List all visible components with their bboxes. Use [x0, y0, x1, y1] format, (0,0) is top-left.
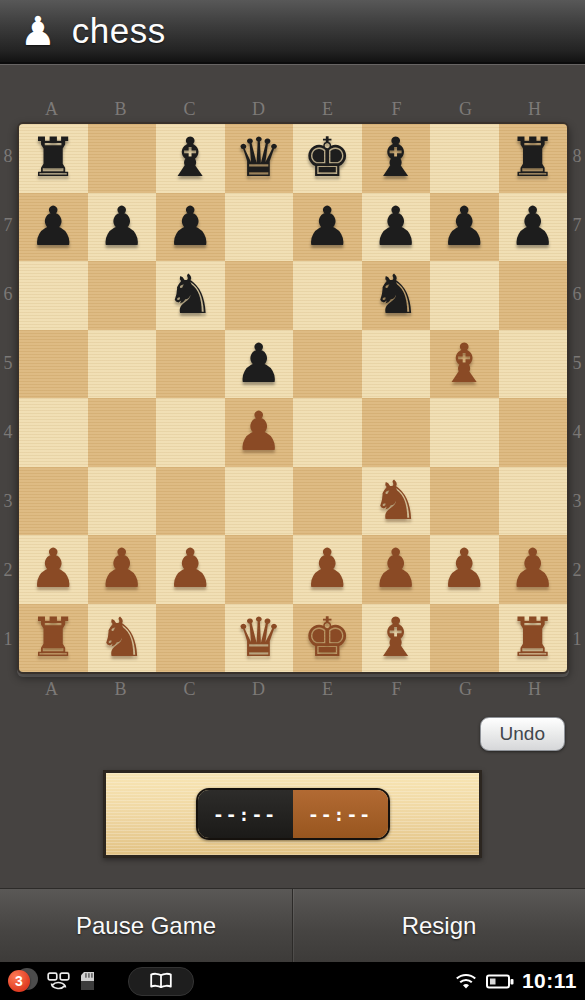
file-label-e: E	[293, 679, 362, 700]
rank-label-3: 3	[569, 491, 585, 512]
file-label-a: A	[17, 679, 86, 700]
file-labels-bottom: ABCDEFGH	[17, 678, 569, 700]
rank-label-2: 2	[0, 560, 16, 581]
book-icon	[148, 972, 174, 990]
black-pawn: ♟	[166, 197, 214, 257]
system-time: 10:11	[522, 969, 577, 993]
rank-labels-left: 87654321	[0, 122, 16, 674]
square-a3[interactable]	[19, 467, 88, 536]
white-pawn: ♟	[98, 539, 146, 599]
square-d7[interactable]	[225, 193, 294, 262]
rank-label-5: 5	[0, 353, 16, 374]
square-g6[interactable]	[430, 261, 499, 330]
square-h2[interactable]: ♟	[499, 535, 568, 604]
square-g3[interactable]	[430, 467, 499, 536]
rank-label-8: 8	[0, 146, 16, 167]
white-pawn: ♟	[372, 539, 420, 599]
square-e2[interactable]: ♟	[293, 535, 362, 604]
white-pawn: ♟	[235, 402, 283, 462]
square-a1[interactable]: ♜	[19, 604, 88, 673]
black-pawn: ♟	[29, 197, 77, 257]
square-h8[interactable]: ♜	[499, 124, 568, 193]
black-pawn: ♟	[440, 197, 488, 257]
file-label-d: D	[224, 679, 293, 700]
rank-label-3: 3	[0, 491, 16, 512]
black-pawn: ♟	[303, 197, 351, 257]
square-b2[interactable]: ♟	[88, 535, 157, 604]
square-b4[interactable]	[88, 398, 157, 467]
rank-label-2: 2	[569, 560, 585, 581]
rank-label-8: 8	[569, 146, 585, 167]
square-f1[interactable]: ♝	[362, 604, 431, 673]
square-h3[interactable]	[499, 467, 568, 536]
square-b7[interactable]: ♟	[88, 193, 157, 262]
square-c7[interactable]: ♟	[156, 193, 225, 262]
white-rook: ♜	[29, 608, 77, 668]
square-f3[interactable]: ♞	[362, 467, 431, 536]
square-c6[interactable]: ♞	[156, 261, 225, 330]
square-f8[interactable]: ♝	[362, 124, 431, 193]
black-bishop: ♝	[166, 128, 214, 188]
square-d5[interactable]: ♟	[225, 330, 294, 399]
square-a4[interactable]	[19, 398, 88, 467]
badge-count: 3	[8, 970, 30, 992]
rank-label-6: 6	[0, 284, 16, 305]
square-d8[interactable]: ♛	[225, 124, 294, 193]
white-knight: ♞	[98, 608, 146, 668]
file-label-g: G	[431, 679, 500, 700]
square-b8[interactable]	[88, 124, 157, 193]
square-e1[interactable]: ♚	[293, 604, 362, 673]
black-pawn: ♟	[372, 197, 420, 257]
app-title: chess	[72, 11, 166, 51]
black-pawn: ♟	[235, 334, 283, 394]
white-king: ♚	[303, 608, 351, 668]
square-a6[interactable]	[19, 261, 88, 330]
white-pawn: ♟	[29, 539, 77, 599]
square-f6[interactable]: ♞	[362, 261, 431, 330]
square-a7[interactable]: ♟	[19, 193, 88, 262]
black-queen: ♛	[235, 128, 283, 188]
reading-mode-button[interactable]	[128, 967, 194, 996]
sync-icon	[47, 972, 71, 990]
square-b5[interactable]	[88, 330, 157, 399]
sd-card-icon	[80, 971, 95, 991]
black-clock: --:--	[198, 790, 293, 838]
file-label-a: A	[17, 99, 86, 120]
white-pawn: ♟	[509, 539, 557, 599]
white-pawn: ♟	[303, 539, 351, 599]
wifi-icon	[454, 972, 478, 990]
white-pawn-icon: ♟	[20, 11, 56, 51]
black-knight: ♞	[166, 265, 214, 325]
status-left-icons: 3	[8, 967, 194, 996]
white-knight: ♞	[372, 471, 420, 531]
square-e5[interactable]	[293, 330, 362, 399]
square-d1[interactable]: ♛	[225, 604, 294, 673]
square-g1[interactable]	[430, 604, 499, 673]
square-g8[interactable]	[430, 124, 499, 193]
status-right-icons: 10:11	[454, 969, 577, 993]
file-label-g: G	[431, 99, 500, 120]
square-c5[interactable]	[156, 330, 225, 399]
chess-board[interactable]: ♜♝♛♚♝♜♟♟♟♟♟♟♟♞♞♟♝♟♞♟♟♟♟♟♟♟♜♞♛♚♝♜	[17, 122, 569, 674]
black-king: ♚	[303, 128, 351, 188]
white-rook: ♜	[509, 608, 557, 668]
square-e3[interactable]	[293, 467, 362, 536]
rank-label-5: 5	[569, 353, 585, 374]
action-bar: Pause Game Resign	[0, 888, 585, 962]
square-f2[interactable]: ♟	[362, 535, 431, 604]
square-f4[interactable]	[362, 398, 431, 467]
file-label-f: F	[362, 679, 431, 700]
pause-game-button[interactable]: Pause Game	[0, 889, 292, 962]
square-c2[interactable]: ♟	[156, 535, 225, 604]
file-label-c: C	[155, 99, 224, 120]
square-d4[interactable]: ♟	[225, 398, 294, 467]
square-e4[interactable]	[293, 398, 362, 467]
file-labels-top: ABCDEFGH	[17, 98, 569, 120]
square-b1[interactable]: ♞	[88, 604, 157, 673]
square-g5[interactable]: ♝	[430, 330, 499, 399]
square-h6[interactable]	[499, 261, 568, 330]
square-h4[interactable]	[499, 398, 568, 467]
square-f7[interactable]: ♟	[362, 193, 431, 262]
square-h7[interactable]: ♟	[499, 193, 568, 262]
clock-panel: --:-- --:--	[103, 770, 482, 858]
square-c8[interactable]: ♝	[156, 124, 225, 193]
square-a5[interactable]	[19, 330, 88, 399]
rank-label-7: 7	[0, 215, 16, 236]
black-pawn: ♟	[98, 197, 146, 257]
square-g2[interactable]: ♟	[430, 535, 499, 604]
undo-button[interactable]: Undo	[480, 717, 565, 751]
square-e8[interactable]: ♚	[293, 124, 362, 193]
square-d6[interactable]	[225, 261, 294, 330]
square-c1[interactable]	[156, 604, 225, 673]
rank-label-1: 1	[0, 629, 16, 650]
square-b6[interactable]	[88, 261, 157, 330]
square-b3[interactable]	[88, 467, 157, 536]
rank-label-6: 6	[569, 284, 585, 305]
resign-button[interactable]: Resign	[293, 889, 585, 962]
square-c4[interactable]	[156, 398, 225, 467]
square-a8[interactable]: ♜	[19, 124, 88, 193]
black-rook: ♜	[509, 128, 557, 188]
app-header: ♟ chess	[0, 0, 585, 64]
rank-label-7: 7	[569, 215, 585, 236]
rank-label-4: 4	[0, 422, 16, 443]
square-d3[interactable]	[225, 467, 294, 536]
black-knight: ♞	[372, 265, 420, 325]
square-e7[interactable]: ♟	[293, 193, 362, 262]
rank-label-1: 1	[569, 629, 585, 650]
white-clock: --:--	[293, 790, 388, 838]
white-bishop: ♝	[440, 334, 488, 394]
square-d2[interactable]	[225, 535, 294, 604]
black-rook: ♜	[29, 128, 77, 188]
file-label-d: D	[224, 99, 293, 120]
status-bar: 3	[0, 962, 585, 1000]
file-label-c: C	[155, 679, 224, 700]
square-e6[interactable]	[293, 261, 362, 330]
file-label-h: H	[500, 679, 569, 700]
square-c3[interactable]	[156, 467, 225, 536]
black-bishop: ♝	[372, 128, 420, 188]
file-label-e: E	[293, 99, 362, 120]
square-g7[interactable]: ♟	[430, 193, 499, 262]
square-h1[interactable]: ♜	[499, 604, 568, 673]
white-bishop: ♝	[372, 608, 420, 668]
white-queen: ♛	[235, 608, 283, 668]
square-f5[interactable]	[362, 330, 431, 399]
white-pawn: ♟	[166, 539, 214, 599]
file-label-b: B	[86, 679, 155, 700]
white-pawn: ♟	[440, 539, 488, 599]
file-label-h: H	[500, 99, 569, 120]
file-label-b: B	[86, 99, 155, 120]
black-pawn: ♟	[509, 197, 557, 257]
square-a2[interactable]: ♟	[19, 535, 88, 604]
square-h5[interactable]	[499, 330, 568, 399]
square-g4[interactable]	[430, 398, 499, 467]
battery-icon	[486, 974, 514, 989]
notification-badge[interactable]: 3	[8, 967, 38, 995]
rank-labels-right: 87654321	[569, 122, 585, 674]
clock-pair: --:-- --:--	[196, 788, 390, 840]
rank-label-4: 4	[569, 422, 585, 443]
file-label-f: F	[362, 99, 431, 120]
